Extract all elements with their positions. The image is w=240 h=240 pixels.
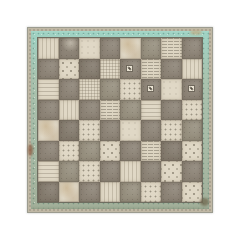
board-square	[79, 161, 100, 182]
board-square	[161, 182, 182, 203]
board-square	[100, 141, 121, 162]
board-square	[79, 59, 100, 80]
board-square	[38, 141, 59, 162]
board-square	[100, 79, 121, 100]
board-square	[141, 59, 162, 80]
board-square	[79, 38, 100, 59]
board-square	[59, 120, 80, 141]
board-square	[182, 79, 203, 100]
board-square	[38, 59, 59, 80]
board-square	[100, 100, 121, 121]
chessboard	[37, 37, 203, 203]
board-square	[79, 100, 100, 121]
board-square	[161, 100, 182, 121]
product-photo-stage	[0, 0, 240, 240]
board-square	[161, 161, 182, 182]
board-square	[38, 79, 59, 100]
board-square	[38, 120, 59, 141]
board-square	[161, 38, 182, 59]
rust-stain-left-border	[28, 144, 33, 156]
board-square	[141, 38, 162, 59]
board-square	[161, 120, 182, 141]
board-square	[120, 120, 141, 141]
board-square	[38, 100, 59, 121]
board-square	[59, 100, 80, 121]
board-square	[120, 59, 141, 80]
board-square	[79, 182, 100, 203]
board-square	[120, 79, 141, 100]
board-square	[182, 141, 203, 162]
paper-sheet	[27, 27, 213, 213]
stamp-motif	[147, 85, 154, 92]
board-square	[182, 38, 203, 59]
board-square	[38, 161, 59, 182]
board-square	[120, 161, 141, 182]
board-square	[182, 59, 203, 80]
board-square	[182, 120, 203, 141]
frame-border	[27, 27, 213, 213]
board-square	[141, 161, 162, 182]
board-square	[182, 100, 203, 121]
board-square	[141, 79, 162, 100]
dark-stain-bottom-right	[200, 198, 209, 206]
tan-stain-top-border	[190, 30, 202, 35]
board-square	[59, 182, 80, 203]
board-square	[120, 38, 141, 59]
board-square	[100, 59, 121, 80]
board-square	[100, 161, 121, 182]
board-square	[100, 120, 121, 141]
board-square	[182, 182, 203, 203]
board-square	[79, 79, 100, 100]
board-square	[141, 182, 162, 203]
board-square	[141, 100, 162, 121]
stamp-motif	[126, 65, 133, 72]
board-square	[120, 100, 141, 121]
frame-teal-band	[31, 31, 209, 209]
board-square	[79, 120, 100, 141]
board-square	[38, 182, 59, 203]
board-square	[59, 79, 80, 100]
board-square	[79, 141, 100, 162]
board-square	[120, 141, 141, 162]
board-square	[182, 161, 203, 182]
board-square	[161, 59, 182, 80]
board-square	[141, 120, 162, 141]
board-square	[59, 161, 80, 182]
board-square	[120, 182, 141, 203]
board-square	[59, 59, 80, 80]
board-square	[161, 79, 182, 100]
board-square	[38, 38, 59, 59]
board-square	[161, 141, 182, 162]
stamp-motif	[188, 85, 195, 92]
board-square	[100, 38, 121, 59]
board-square	[59, 38, 80, 59]
board-square	[100, 182, 121, 203]
board-square	[141, 141, 162, 162]
board-square	[59, 141, 80, 162]
